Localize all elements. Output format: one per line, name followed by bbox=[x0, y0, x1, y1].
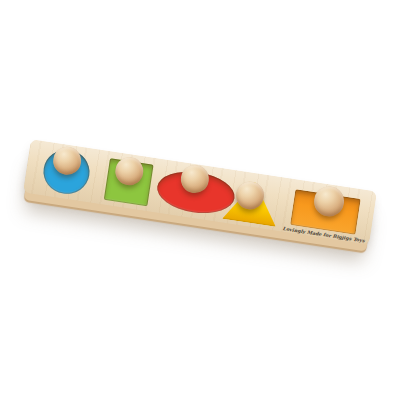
product-photo-background: Lovingly Made for Bigjigs Toys bbox=[0, 0, 400, 400]
puzzle-board: Lovingly Made for Bigjigs Toys bbox=[23, 139, 377, 245]
